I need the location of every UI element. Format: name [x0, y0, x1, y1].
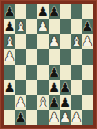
square-c8[interactable] — [26, 4, 37, 19]
white-bishop-d2: ♝ — [37, 95, 48, 108]
square-b6[interactable] — [15, 34, 26, 49]
black-pawn-f3: ♟ — [60, 80, 71, 93]
square-b2[interactable]: ♟ — [15, 95, 26, 110]
square-h1[interactable] — [82, 110, 93, 125]
square-d4[interactable] — [37, 65, 48, 80]
square-g1[interactable]: ♟ — [71, 110, 82, 125]
square-d5[interactable] — [37, 49, 48, 64]
square-d2[interactable]: ♝ — [37, 95, 48, 110]
black-pawn-e2: ♟ — [49, 95, 60, 108]
square-g7[interactable] — [71, 19, 82, 34]
square-a4[interactable] — [4, 65, 15, 80]
white-pawn-h6: ♟ — [82, 35, 93, 48]
square-f1[interactable]: ♟ — [60, 110, 71, 125]
square-c3[interactable] — [26, 80, 37, 95]
square-f7[interactable] — [60, 19, 71, 34]
square-d8[interactable]: ♟ — [37, 4, 48, 19]
square-f3[interactable]: ♟ — [60, 80, 71, 95]
black-pawn-b1: ♟ — [15, 110, 26, 123]
square-c5[interactable] — [26, 49, 37, 64]
square-c1[interactable] — [26, 110, 37, 125]
square-a5[interactable]: ♟ — [4, 49, 15, 64]
square-a7[interactable]: ♟ — [4, 19, 15, 34]
white-pawn-f1: ♟ — [60, 110, 71, 123]
square-a3[interactable]: ♟ — [4, 80, 15, 95]
white-pawn-e1: ♟ — [49, 110, 60, 123]
white-pawn-a5: ♟ — [4, 50, 15, 63]
white-bishop-a6: ♝ — [4, 35, 15, 48]
black-pawn-a8: ♟ — [4, 5, 15, 18]
black-pawn-e8: ♟ — [49, 5, 60, 18]
square-b5[interactable] — [15, 49, 26, 64]
white-bishop-b7: ♝ — [15, 20, 26, 33]
square-b8[interactable] — [15, 4, 26, 19]
square-a1[interactable] — [4, 110, 15, 125]
square-c6[interactable] — [26, 34, 37, 49]
white-pawn-b2: ♟ — [15, 95, 26, 108]
square-e3[interactable]: ♟ — [49, 80, 60, 95]
black-pawn-h7: ♟ — [82, 20, 93, 33]
chess-board[interactable]: ♟♟♟♟♝♟♟♝♟♝♟♟♟♟♟♟♟♝♟♟♟♟♟♟ — [4, 4, 93, 125]
black-pawn-e3: ♟ — [49, 80, 60, 93]
square-e2[interactable]: ♟ — [49, 95, 60, 110]
square-f6[interactable] — [60, 34, 71, 49]
black-pawn-a3: ♟ — [4, 80, 15, 93]
black-pawn-f2: ♟ — [60, 95, 71, 108]
white-pawn-e6: ♟ — [49, 35, 60, 48]
black-pawn-a7: ♟ — [4, 20, 15, 33]
square-b4[interactable] — [15, 65, 26, 80]
black-pawn-e4: ♟ — [49, 65, 60, 78]
square-d1[interactable] — [37, 110, 48, 125]
square-h8[interactable] — [82, 4, 93, 19]
square-g6[interactable]: ♝ — [71, 34, 82, 49]
square-h6[interactable]: ♟ — [82, 34, 93, 49]
square-a8[interactable]: ♟ — [4, 4, 15, 19]
square-f4[interactable] — [60, 65, 71, 80]
square-b3[interactable] — [15, 80, 26, 95]
square-d3[interactable] — [37, 80, 48, 95]
square-d6[interactable] — [37, 34, 48, 49]
square-h2[interactable] — [82, 95, 93, 110]
square-d7[interactable]: ♟ — [37, 19, 48, 34]
square-e4[interactable]: ♟ — [49, 65, 60, 80]
square-e5[interactable] — [49, 49, 60, 64]
chess-app-window: ♟♟♟♟♝♟♟♝♟♝♟♟♟♟♟♟♟♝♟♟♟♟♟♟ — [0, 0, 97, 129]
square-a2[interactable] — [4, 95, 15, 110]
square-h5[interactable] — [82, 49, 93, 64]
black-pawn-d8: ♟ — [37, 5, 48, 18]
square-e8[interactable]: ♟ — [49, 4, 60, 19]
square-f5[interactable] — [60, 49, 71, 64]
square-b1[interactable]: ♟ — [15, 110, 26, 125]
square-g8[interactable] — [71, 4, 82, 19]
square-e1[interactable]: ♟ — [49, 110, 60, 125]
white-pawn-g1: ♟ — [71, 110, 82, 123]
square-f8[interactable] — [60, 4, 71, 19]
square-h3[interactable] — [82, 80, 93, 95]
square-h7[interactable]: ♟ — [82, 19, 93, 34]
square-b7[interactable]: ♝ — [15, 19, 26, 34]
white-pawn-d7: ♟ — [37, 20, 48, 33]
square-g4[interactable] — [71, 65, 82, 80]
square-e7[interactable] — [49, 19, 60, 34]
square-a6[interactable]: ♝ — [4, 34, 15, 49]
square-g3[interactable] — [71, 80, 82, 95]
square-c7[interactable] — [26, 19, 37, 34]
square-g5[interactable] — [71, 49, 82, 64]
square-e6[interactable]: ♟ — [49, 34, 60, 49]
square-g2[interactable] — [71, 95, 82, 110]
square-c4[interactable] — [26, 65, 37, 80]
square-c2[interactable] — [26, 95, 37, 110]
square-h4[interactable] — [82, 65, 93, 80]
white-bishop-g6: ♝ — [71, 35, 82, 48]
square-f2[interactable]: ♟ — [60, 95, 71, 110]
